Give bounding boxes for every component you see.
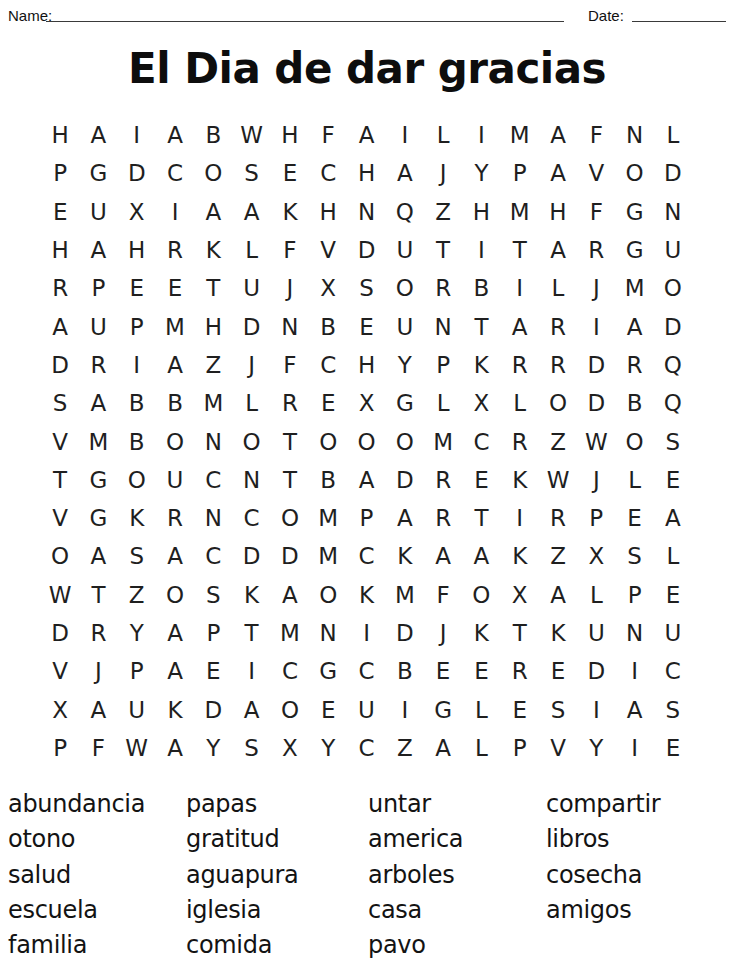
grid-cell: R [501,652,539,690]
grid-cell: P [424,346,462,384]
grid-cell: I [577,690,615,728]
grid-cell: S [194,576,232,614]
grid-cell: I [501,499,539,537]
grid-cell: N [271,307,309,345]
grid-cell: T [501,231,539,269]
grid-cell: E [271,154,309,192]
grid-cell: M [271,614,309,652]
grid-cell: K [501,461,539,499]
grid-cell: B [194,116,232,154]
grid-cell: L [654,537,692,575]
grid-cell: Y [577,729,615,767]
grid-cell: J [424,614,462,652]
grid-cell: I [386,690,424,728]
grid-cell: O [271,690,309,728]
grid-cell: T [462,499,500,537]
grid-cell: G [79,461,117,499]
grid-cell: D [194,690,232,728]
grid-cell: O [347,422,385,460]
grid-cell: L [539,269,577,307]
word-list-item: familia [8,928,145,963]
grid-cell: O [194,154,232,192]
grid-cell: S [347,269,385,307]
grid-cell: A [347,116,385,154]
grid-cell: O [41,537,79,575]
date-label: Date: [588,7,624,24]
grid-cell: G [615,193,653,231]
grid-cell: A [156,537,194,575]
grid-cell: I [232,652,270,690]
grid-cell: L [424,384,462,422]
grid-cell: T [194,269,232,307]
grid-cell: I [118,116,156,154]
grid-cell: B [309,307,347,345]
grid-cell: K [347,576,385,614]
word-list-item: escuela [8,893,145,928]
grid-cell: E [615,499,653,537]
grid-cell: U [79,307,117,345]
grid-cell: V [577,154,615,192]
grid-cell: C [156,154,194,192]
grid-cell: M [501,116,539,154]
grid-cell: P [501,729,539,767]
word-list-item: abundancia [8,787,145,822]
grid-cell: P [194,614,232,652]
word-list-item: cosecha [546,858,660,893]
grid-cell: R [577,231,615,269]
grid-cell: E [654,576,692,614]
grid-cell: A [615,690,653,728]
grid-cell: R [79,346,117,384]
grid-cell: B [386,652,424,690]
word-list-column: abundanciaotonosaludescuelafamilia [8,787,145,963]
grid-cell: X [347,384,385,422]
grid-cell: T [271,422,309,460]
grid-cell: U [386,231,424,269]
grid-cell: W [118,729,156,767]
grid-cell: D [577,652,615,690]
grid-cell: W [232,116,270,154]
grid-cell: J [79,652,117,690]
grid-cell: K [232,576,270,614]
grid-cell: D [654,307,692,345]
word-list-item: salud [8,858,145,893]
grid-cell: N [615,614,653,652]
grid-cell: D [386,614,424,652]
grid-cell: C [654,652,692,690]
grid-cell: A [539,576,577,614]
grid-cell: S [539,690,577,728]
word-list-item: iglesia [186,893,298,928]
grid-cell: Q [386,193,424,231]
grid-cell: H [347,346,385,384]
grid-cell: L [577,576,615,614]
grid-cell: R [156,231,194,269]
grid-cell: Y [462,154,500,192]
grid-cell: C [194,461,232,499]
grid-cell: U [347,690,385,728]
grid-cell: E [654,461,692,499]
grid-cell: W [539,461,577,499]
grid-cell: A [41,307,79,345]
grid-cell: O [156,576,194,614]
grid-cell: O [615,154,653,192]
grid-cell: H [41,231,79,269]
grid-cell: Z [118,576,156,614]
grid-cell: B [462,269,500,307]
grid-cell: C [271,652,309,690]
grid-cell: U [156,461,194,499]
date-input-line [632,21,726,22]
grid-cell: H [462,193,500,231]
grid-cell: K [194,231,232,269]
word-list-item: amigos [546,893,660,928]
grid-cell: V [41,652,79,690]
grid-cell: A [501,307,539,345]
grid-cell: N [615,116,653,154]
word-list-item: casa [368,893,463,928]
grid-cell: X [501,576,539,614]
grid-cell: A [271,576,309,614]
grid-cell: R [156,499,194,537]
grid-cell: M [309,537,347,575]
grid-cell: C [347,729,385,767]
grid-cell: G [615,231,653,269]
grid-cell: N [194,499,232,537]
grid-cell: C [194,537,232,575]
grid-cell: M [309,499,347,537]
grid-cell: E [501,690,539,728]
grid-cell: A [615,307,653,345]
grid-cell: P [577,499,615,537]
grid-cell: N [309,614,347,652]
grid-cell: H [309,193,347,231]
grid-cell: Q [654,384,692,422]
grid-cell: O [539,384,577,422]
grid-cell: E [424,652,462,690]
grid-cell: I [501,269,539,307]
grid-cell: D [386,461,424,499]
grid-cell: A [156,116,194,154]
grid-cell: R [539,307,577,345]
grid-cell: A [194,193,232,231]
grid-cell: A [347,461,385,499]
grid-cell: W [41,576,79,614]
grid-cell: G [79,499,117,537]
word-list-item: papas [186,787,298,822]
grid-cell: Y [386,346,424,384]
grid-cell: I [462,116,500,154]
grid-cell: R [41,269,79,307]
grid-cell: M [386,576,424,614]
grid-cell: V [41,422,79,460]
grid-cell: V [539,729,577,767]
grid-cell: K [386,537,424,575]
grid-cell: V [309,231,347,269]
grid-cell: O [386,422,424,460]
grid-cell: J [424,154,462,192]
grid-cell: P [501,154,539,192]
grid-cell: X [462,384,500,422]
grid-cell: G [79,154,117,192]
grid-cell: A [424,537,462,575]
grid-cell: B [118,422,156,460]
grid-cell: Z [194,346,232,384]
grid-cell: C [309,346,347,384]
grid-cell: R [615,346,653,384]
grid-cell: C [309,154,347,192]
grid-cell: R [271,384,309,422]
grid-cell: Y [194,729,232,767]
word-list-item: compartir [546,787,660,822]
grid-cell: S [654,422,692,460]
grid-cell: K [271,193,309,231]
grid-cell: E [194,652,232,690]
grid-cell: J [577,461,615,499]
grid-cell: D [41,346,79,384]
grid-cell: U [79,193,117,231]
grid-cell: M [79,422,117,460]
grid-cell: F [577,116,615,154]
grid-cell: Z [424,193,462,231]
grid-cell: N [194,422,232,460]
grid-cell: L [232,231,270,269]
word-list: abundanciaotonosaludescuelafamiliapapasg… [0,787,734,967]
grid-cell: K [462,614,500,652]
grid-cell: A [79,537,117,575]
grid-cell: S [615,537,653,575]
grid-cell: D [232,537,270,575]
word-list-item: america [368,822,463,857]
grid-cell: N [347,193,385,231]
grid-cell: Y [309,729,347,767]
grid-cell: D [271,537,309,575]
grid-cell: A [156,652,194,690]
grid-cell: O [309,422,347,460]
grid-cell: P [41,154,79,192]
grid-cell: Z [539,422,577,460]
grid-cell: O [271,499,309,537]
name-input-line [46,21,564,22]
grid-cell: S [232,729,270,767]
grid-cell: N [424,307,462,345]
grid-cell: K [539,614,577,652]
grid-cell: O [462,576,500,614]
grid-cell: R [79,614,117,652]
grid-cell: T [424,231,462,269]
grid-cell: B [118,384,156,422]
grid-cell: B [615,384,653,422]
word-list-item: untar [368,787,463,822]
grid-cell: R [424,499,462,537]
word-list-item: aguapura [186,858,298,893]
grid-cell: T [79,576,117,614]
grid-cell: R [501,346,539,384]
grid-cell: E [41,193,79,231]
grid-cell: M [156,307,194,345]
grid-cell: X [271,729,309,767]
grid-cell: D [41,614,79,652]
grid-cell: E [462,461,500,499]
grid-cell: E [539,652,577,690]
grid-cell: G [386,384,424,422]
grid-cell: F [424,576,462,614]
grid-cell: N [654,193,692,231]
grid-cell: E [309,690,347,728]
grid-cell: J [577,269,615,307]
grid-cell: Y [118,614,156,652]
grid-cell: L [654,116,692,154]
word-list-column: papasgratitudaguapuraiglesiacomida [186,787,298,963]
grid-cell: A [539,231,577,269]
grid-cell: J [271,269,309,307]
grid-cell: A [424,729,462,767]
grid-cell: A [539,154,577,192]
grid-cell: E [654,729,692,767]
grid-cell: D [577,346,615,384]
grid-cell: J [232,346,270,384]
grid-cell: O [156,422,194,460]
grid-cell: M [194,384,232,422]
grid-cell: T [232,614,270,652]
grid-cell: H [271,116,309,154]
word-list-item: pavo [368,928,463,963]
word-list-item: libros [546,822,660,857]
word-list-item: gratitud [186,822,298,857]
grid-cell: X [309,269,347,307]
grid-cell: O [232,422,270,460]
word-list-item: arboles [368,858,463,893]
grid-cell: L [462,690,500,728]
grid-cell: R [424,269,462,307]
grid-cell: Q [654,346,692,384]
grid-cell: O [386,269,424,307]
grid-cell: M [615,269,653,307]
grid-cell: P [118,652,156,690]
grid-cell: I [156,193,194,231]
grid-cell: N [232,461,270,499]
grid-cell: T [462,307,500,345]
grid-cell: H [539,193,577,231]
grid-cell: A [386,154,424,192]
grid-cell: O [309,576,347,614]
grid-cell: U [386,307,424,345]
grid-cell: K [118,499,156,537]
grid-cell: A [79,690,117,728]
grid-cell: G [309,652,347,690]
grid-cell: L [615,461,653,499]
grid-cell: I [118,346,156,384]
grid-cell: L [462,729,500,767]
grid-cell: S [232,154,270,192]
grid-cell: D [347,231,385,269]
grid-cell: A [462,537,500,575]
grid-cell: A [386,499,424,537]
grid-cell: I [347,614,385,652]
grid-cell: H [41,116,79,154]
grid-cell: F [79,729,117,767]
grid-cell: I [462,231,500,269]
grid-cell: O [654,269,692,307]
grid-cell: F [271,231,309,269]
grid-cell: K [501,537,539,575]
grid-cell: X [118,193,156,231]
grid-cell: R [424,461,462,499]
grid-cell: F [309,116,347,154]
word-list-item: otono [8,822,145,857]
grid-cell: M [501,193,539,231]
grid-cell: A [79,231,117,269]
grid-cell: A [232,193,270,231]
grid-cell: Z [539,537,577,575]
grid-cell: X [577,537,615,575]
grid-cell: C [347,537,385,575]
grid-cell: K [156,690,194,728]
grid-cell: E [156,269,194,307]
grid-cell: U [118,690,156,728]
grid-cell: F [577,193,615,231]
grid-cell: O [118,461,156,499]
grid-cell: S [118,537,156,575]
grid-cell: M [424,422,462,460]
grid-cell: E [347,307,385,345]
grid-cell: I [615,652,653,690]
grid-cell: C [347,652,385,690]
grid-cell: C [462,422,500,460]
grid-cell: F [271,346,309,384]
grid-cell: P [41,729,79,767]
grid-cell: P [615,576,653,614]
grid-cell: D [232,307,270,345]
grid-cell: A [156,614,194,652]
grid-cell: A [156,729,194,767]
grid-cell: G [424,690,462,728]
grid-cell: R [539,346,577,384]
grid-cell: X [41,690,79,728]
word-list-column: compartirlibroscosechaamigos [546,787,660,928]
grid-cell: I [615,729,653,767]
grid-cell: A [654,499,692,537]
grid-cell: W [577,422,615,460]
grid-cell: V [41,499,79,537]
grid-cell: E [309,384,347,422]
grid-cell: L [424,116,462,154]
grid-cell: O [615,422,653,460]
grid-cell: D [577,384,615,422]
grid-cell: H [194,307,232,345]
grid-cell: A [79,116,117,154]
grid-cell: U [232,269,270,307]
word-list-column: untaramericaarbolescasapavo [368,787,463,963]
grid-cell: P [347,499,385,537]
grid-cell: B [156,384,194,422]
grid-cell: U [654,231,692,269]
grid-cell: R [501,422,539,460]
grid-cell: L [501,384,539,422]
grid-cell: T [41,461,79,499]
grid-cell: I [577,307,615,345]
grid-cell: H [118,231,156,269]
grid-cell: S [41,384,79,422]
grid-cell: L [232,384,270,422]
grid-cell: A [232,690,270,728]
grid-cell: A [79,384,117,422]
grid-cell: P [79,269,117,307]
puzzle-title: El Dia de dar gracias [0,44,734,93]
grid-cell: P [118,307,156,345]
grid-cell: Z [386,729,424,767]
grid-cell: A [539,116,577,154]
